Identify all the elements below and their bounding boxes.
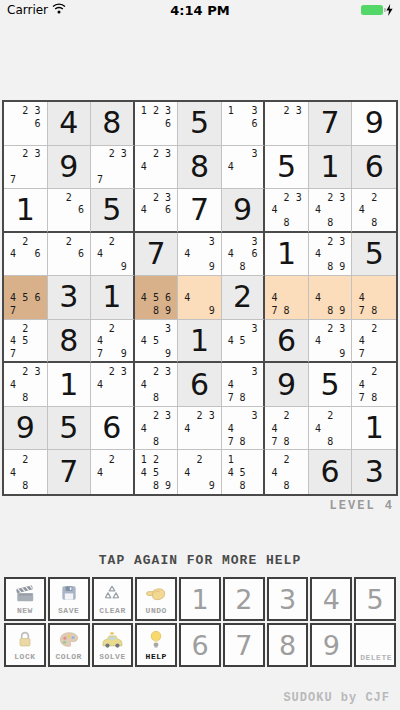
pencil-mark-slot — [237, 160, 249, 173]
cell-r6c3[interactable]: 2479 — [91, 320, 135, 364]
pencil-mark-slot — [162, 334, 174, 347]
pencil-mark-slot — [206, 466, 218, 479]
pencil-mark-slot — [380, 204, 393, 217]
button-label: SOLVE — [99, 652, 126, 661]
cell-r1c8[interactable]: 7 — [309, 102, 353, 146]
pencil-mark-slot — [181, 304, 193, 317]
pencil-mark-slot — [106, 391, 118, 404]
pencil-mark-slot: 8 — [281, 479, 293, 492]
pencil-mark-slot: 6 — [162, 117, 174, 130]
cell-r3c3[interactable]: 5 — [91, 189, 135, 233]
cell-r5c7[interactable]: 478 — [265, 276, 309, 320]
digit-3-button[interactable]: 3 — [267, 577, 309, 621]
pencil-mark-slot: 2 — [106, 365, 118, 378]
pencil-mark-slot — [268, 409, 280, 422]
cell-value: 1 — [59, 370, 78, 400]
pencil-mark-slot — [31, 304, 43, 317]
pencil-marks: 249 — [91, 233, 133, 276]
pencil-mark-slot: 2 — [106, 148, 118, 161]
pencil-mark-slot — [237, 347, 249, 360]
pencil-mark-slot — [7, 160, 19, 173]
cell-r5c2[interactable]: 3 — [48, 276, 92, 320]
pencil-mark-slot — [380, 278, 393, 291]
level-label: LEVEL 4 — [330, 499, 394, 513]
cell-r8c7[interactable]: 2478 — [265, 407, 309, 451]
pencil-mark-slot: 9 — [162, 304, 174, 317]
pencil-mark-slot: 7 — [7, 304, 19, 317]
pencil-mark-slot — [324, 334, 336, 347]
pencil-mark-slot: 2 — [19, 104, 31, 117]
cell-r6c8[interactable]: 2349 — [309, 320, 353, 364]
pencil-mark-slot: 7 — [355, 304, 368, 317]
pencil-mark-slot — [150, 216, 162, 229]
cell-r8c9[interactable]: 1 — [352, 407, 396, 451]
cell-r8c1[interactable]: 9 — [4, 407, 48, 451]
digit-2-button[interactable]: 2 — [223, 577, 265, 621]
cell-r5c6[interactable]: 2 — [222, 276, 266, 320]
pencil-mark-slot: 6 — [31, 248, 43, 261]
pencil-mark-slot: 7 — [355, 347, 368, 360]
pencil-mark-slot: 4 — [312, 204, 324, 217]
pencil-mark-slot: 3 — [206, 409, 218, 422]
pencil-mark-slot — [355, 191, 368, 204]
pencil-mark-slot — [138, 173, 150, 186]
pencil-mark-slot — [7, 322, 19, 335]
delete-button[interactable]: DELETE — [354, 623, 396, 667]
pencil-mark-slot — [181, 479, 193, 492]
lightbulb-icon — [146, 627, 166, 651]
pencil-mark-slot — [7, 130, 19, 143]
save-button[interactable]: SAVE — [48, 577, 90, 621]
pencil-mark-slot — [248, 452, 260, 465]
pencil-mark-slot — [7, 479, 19, 492]
pencil-mark-slot: 8 — [324, 216, 336, 229]
cell-r6c4[interactable]: 3459 — [135, 320, 179, 364]
cell-r7c5[interactable]: 6 — [178, 363, 222, 407]
pencil-mark-slot — [138, 278, 150, 291]
pencil-mark-slot: 1 — [138, 104, 150, 117]
pencil-mark-slot — [237, 322, 249, 335]
pencil-mark-slot — [281, 204, 293, 217]
status-bar: Carrier 4:14 PM — [0, 0, 400, 20]
pencil-mark-slot — [31, 322, 43, 335]
cell-r9c1[interactable]: 248 — [4, 450, 48, 494]
undo-button[interactable]: UNDO — [135, 577, 177, 621]
pencil-marks: 3478 — [222, 407, 264, 450]
pencil-mark-slot: 2 — [324, 191, 336, 204]
pencil-mark-slot — [162, 452, 174, 465]
pencil-mark-slot: 3 — [162, 365, 174, 378]
pencil-mark-slot — [206, 422, 218, 435]
solve-button[interactable]: SOLVE — [92, 623, 134, 667]
pencil-mark-slot — [31, 466, 43, 479]
pencil-mark-slot — [237, 365, 249, 378]
pencil-mark-slot: 9 — [118, 260, 130, 273]
cell-r7c3[interactable]: 234 — [91, 363, 135, 407]
pencil-mark-slot — [51, 260, 63, 273]
clapperboard-icon — [14, 581, 36, 605]
pencil-marks: 249 — [178, 450, 221, 494]
pencil-mark-slot: 9 — [206, 479, 218, 492]
pencil-mark-slot — [293, 422, 305, 435]
cell-r7c9[interactable]: 2478 — [352, 363, 396, 407]
pencil-mark-slot: 5 — [237, 334, 249, 347]
pencil-mark-slot: 4 — [7, 291, 19, 304]
pencil-marks: 478 — [265, 276, 308, 319]
cell-r9c4[interactable]: 124589 — [135, 450, 179, 494]
button-label: CLEAR — [99, 606, 126, 615]
pencil-mark-slot — [19, 130, 31, 143]
pencil-mark-slot — [162, 216, 174, 229]
help-button[interactable]: HELP — [135, 623, 177, 667]
pencil-mark-slot — [19, 160, 31, 173]
cell-r2c6[interactable]: 34 — [222, 146, 266, 190]
cell-value: 8 — [190, 152, 209, 182]
pencil-mark-slot — [150, 173, 162, 186]
cell-value: 9 — [16, 413, 35, 443]
cell-r7c7[interactable]: 9 — [265, 363, 309, 407]
pencil-mark-slot: 2 — [63, 191, 75, 204]
cell-r6c7[interactable]: 6 — [265, 320, 309, 364]
digit-7-button[interactable]: 7 — [223, 623, 265, 667]
pencil-mark-slot — [237, 130, 249, 143]
pencil-mark-slot: 9 — [206, 260, 218, 273]
cell-r4c5[interactable]: 349 — [178, 233, 222, 277]
pencil-mark-slot — [118, 160, 130, 173]
cell-r9c9[interactable]: 3 — [352, 450, 396, 494]
new-button[interactable]: NEW — [4, 577, 46, 621]
pencil-mark-slot — [31, 391, 43, 404]
cell-r3c9[interactable]: 248 — [352, 189, 396, 233]
clear-button[interactable]: CLEAR — [92, 577, 134, 621]
cell-r2c3[interactable]: 237 — [91, 146, 135, 190]
pencil-marks: 26 — [48, 233, 91, 276]
pencil-mark-slot — [380, 216, 393, 229]
pencil-mark-slot: 2 — [281, 191, 293, 204]
cell-r1c4[interactable]: 1236 — [135, 102, 179, 146]
cell-r6c6[interactable]: 345 — [222, 320, 266, 364]
pencil-mark-slot — [225, 479, 237, 492]
cell-r4c9[interactable]: 5 — [352, 233, 396, 277]
cell-r4c6[interactable]: 3468 — [222, 233, 266, 277]
cell-r2c9[interactable]: 6 — [352, 146, 396, 190]
cell-r4c8[interactable]: 23489 — [309, 233, 353, 277]
pencil-mark-slot: 4 — [181, 291, 193, 304]
cell-r6c5[interactable]: 1 — [178, 320, 222, 364]
pencil-marks: 3459 — [135, 320, 178, 362]
pencil-mark-slot: 8 — [324, 260, 336, 273]
cell-r2c4[interactable]: 234 — [135, 146, 179, 190]
pencil-mark-slot — [106, 347, 118, 360]
pencil-mark-slot: 3 — [248, 365, 260, 378]
pencil-mark-slot — [75, 260, 87, 273]
pencil-mark-slot — [368, 204, 381, 217]
cell-r5c3[interactable]: 1 — [91, 276, 135, 320]
pencil-mark-slot — [31, 347, 43, 360]
pencil-mark-slot: 2 — [150, 148, 162, 161]
pencil-mark-slot — [237, 173, 249, 186]
cell-r3c7[interactable]: 2348 — [265, 189, 309, 233]
pencil-mark-slot: 3 — [162, 148, 174, 161]
cell-r1c6[interactable]: 136 — [222, 102, 266, 146]
pencil-mark-slot — [193, 422, 205, 435]
pencil-mark-slot — [106, 378, 118, 391]
cell-r6c1[interactable]: 2457 — [4, 320, 48, 364]
pencil-mark-slot: 1 — [225, 452, 237, 465]
pencil-mark-slot — [150, 117, 162, 130]
pencil-mark-slot: 3 — [206, 235, 218, 248]
cell-r9c3[interactable]: 24 — [91, 450, 135, 494]
cell-r1c3[interactable]: 8 — [91, 102, 135, 146]
cell-r4c1[interactable]: 246 — [4, 233, 48, 277]
pencil-mark-slot: 7 — [225, 391, 237, 404]
pencil-mark-slot — [181, 452, 193, 465]
pencil-mark-slot: 4 — [181, 422, 193, 435]
pencil-mark-slot — [138, 391, 150, 404]
pencil-mark-slot: 2 — [193, 409, 205, 422]
cell-value: 8 — [59, 326, 78, 356]
cell-r8c2[interactable]: 5 — [48, 407, 92, 451]
car-icon — [100, 627, 124, 651]
pencil-mark-slot: 3 — [118, 148, 130, 161]
pencil-marks: 234 — [178, 407, 221, 450]
pencil-mark-slot — [324, 204, 336, 217]
pencil-mark-slot: 4 — [138, 204, 150, 217]
pencil-mark-slot: 8 — [281, 216, 293, 229]
cell-r9c5[interactable]: 249 — [178, 450, 222, 494]
pencil-mark-slot: 5 — [19, 334, 31, 347]
cell-r8c8[interactable]: 248 — [309, 407, 353, 451]
pencil-mark-slot: 8 — [237, 260, 249, 273]
pencil-mark-slot — [106, 160, 118, 173]
pencil-mark-slot: 8 — [150, 479, 162, 492]
pencil-mark-slot: 3 — [336, 191, 348, 204]
pencil-mark-slot — [162, 435, 174, 448]
cell-r5c8[interactable]: 489 — [309, 276, 353, 320]
cell-r3c6[interactable]: 9 — [222, 189, 266, 233]
pencil-mark-slot — [51, 216, 63, 229]
cell-value: 3 — [59, 282, 78, 312]
cell-r9c6[interactable]: 1458 — [222, 450, 266, 494]
cell-r8c5[interactable]: 234 — [178, 407, 222, 451]
cell-r6c9[interactable]: 247 — [352, 320, 396, 364]
pencil-mark-slot — [248, 466, 260, 479]
digit-8-button[interactable]: 8 — [267, 623, 309, 667]
pencil-marks: 4567 — [4, 276, 47, 319]
pencil-mark-slot — [380, 291, 393, 304]
cell-r7c4[interactable]: 2348 — [135, 363, 179, 407]
pencil-mark-slot — [248, 173, 260, 186]
pencil-mark-slot: 5 — [150, 291, 162, 304]
cell-r1c2[interactable]: 4 — [48, 102, 92, 146]
cell-r5c4[interactable]: 45689 — [135, 276, 179, 320]
pencil-mark-slot: 6 — [31, 117, 43, 130]
pencil-mark-slot — [118, 173, 130, 186]
pencil-mark-slot — [7, 235, 19, 248]
help-banner: TAP AGAIN FOR MORE HELP — [0, 553, 400, 568]
pencil-mark-slot — [268, 452, 280, 465]
cell-value: 8 — [102, 108, 121, 138]
pencil-mark-slot: 2 — [106, 322, 118, 335]
pencil-mark-slot: 4 — [355, 204, 368, 217]
pencil-mark-slot: 8 — [150, 391, 162, 404]
pencil-mark-slot: 3 — [336, 235, 348, 248]
pencil-mark-slot — [51, 248, 63, 261]
button-label: LOCK — [14, 652, 35, 661]
pencil-mark-slot — [355, 278, 368, 291]
pencil-mark-slot — [206, 278, 218, 291]
cell-r4c4[interactable]: 7 — [135, 233, 179, 277]
cell-value: 1 — [190, 326, 209, 356]
cell-r1c9[interactable]: 9 — [352, 102, 396, 146]
pencil-mark-slot: 5 — [237, 466, 249, 479]
pencil-mark-slot — [225, 347, 237, 360]
pencil-marks: 248 — [309, 407, 352, 450]
pencil-mark-slot — [293, 278, 305, 291]
pencil-mark-slot: 4 — [94, 248, 106, 261]
cell-r1c7[interactable]: 23 — [265, 102, 309, 146]
cell-r6c2[interactable]: 8 — [48, 320, 92, 364]
pencil-mark-slot: 8 — [281, 304, 293, 317]
pencil-mark-slot — [19, 173, 31, 186]
pencil-mark-slot: 3 — [31, 365, 43, 378]
pencil-mark-slot — [293, 204, 305, 217]
pencil-mark-slot — [312, 435, 324, 448]
lock-button[interactable]: LOCK — [4, 623, 46, 667]
pencil-mark-slot — [225, 130, 237, 143]
cell-r1c5[interactable]: 5 — [178, 102, 222, 146]
pencil-mark-slot — [193, 466, 205, 479]
pencil-mark-slot — [248, 347, 260, 360]
pencil-mark-slot — [94, 322, 106, 335]
pencil-mark-slot — [150, 130, 162, 143]
digit-label: 6 — [191, 632, 208, 659]
pencil-mark-slot: 4 — [225, 378, 237, 391]
pencil-mark-slot: 6 — [162, 291, 174, 304]
digit-6-button[interactable]: 6 — [179, 623, 221, 667]
pencil-mark-slot — [380, 191, 393, 204]
cell-r8c4[interactable]: 2348 — [135, 407, 179, 451]
digit-1-button[interactable]: 1 — [179, 577, 221, 621]
pencil-mark-slot — [181, 435, 193, 448]
color-button[interactable]: COLOR — [48, 623, 90, 667]
cell-r9c8[interactable]: 6 — [309, 450, 353, 494]
pencil-mark-slot: 5 — [150, 334, 162, 347]
pencil-marks: 3468 — [222, 233, 264, 276]
cell-r3c8[interactable]: 2348 — [309, 189, 353, 233]
cell-r2c7[interactable]: 5 — [265, 146, 309, 190]
cell-r9c2[interactable]: 7 — [48, 450, 92, 494]
digit-label: 7 — [235, 632, 252, 659]
pencil-mark-slot — [7, 148, 19, 161]
pencil-mark-slot: 3 — [162, 322, 174, 335]
pencil-mark-slot — [193, 479, 205, 492]
cell-r4c3[interactable]: 249 — [91, 233, 135, 277]
digit-9-button[interactable]: 9 — [310, 623, 352, 667]
cell-r3c5[interactable]: 7 — [178, 189, 222, 233]
pencil-mark-slot: 8 — [324, 304, 336, 317]
pencil-mark-slot: 2 — [281, 104, 293, 117]
pencil-mark-slot — [268, 191, 280, 204]
digit-4-button[interactable]: 4 — [310, 577, 352, 621]
pencil-mark-slot: 2 — [19, 365, 31, 378]
cell-value: 5 — [277, 152, 296, 182]
pencil-marks: 3478 — [222, 363, 264, 406]
pencil-mark-slot — [380, 365, 393, 378]
pencil-mark-slot — [225, 148, 237, 161]
pencil-mark-slot: 3 — [118, 365, 130, 378]
pencil-marks: 478 — [352, 276, 396, 319]
pencil-mark-slot: 9 — [206, 304, 218, 317]
pencil-mark-slot — [181, 235, 193, 248]
pencil-mark-slot — [248, 130, 260, 143]
pencil-mark-slot — [63, 260, 75, 273]
cell-r4c7[interactable]: 1 — [265, 233, 309, 277]
cell-r5c9[interactable]: 478 — [352, 276, 396, 320]
cell-r4c2[interactable]: 26 — [48, 233, 92, 277]
pencil-mark-slot — [237, 148, 249, 161]
pencil-mark-slot — [368, 334, 381, 347]
pencil-mark-slot: 8 — [281, 435, 293, 448]
cell-value: 7 — [59, 457, 78, 487]
pencil-mark-slot — [268, 216, 280, 229]
pencil-mark-slot: 2 — [368, 365, 381, 378]
cell-r8c3[interactable]: 6 — [91, 407, 135, 451]
pencil-mark-slot: 9 — [162, 479, 174, 492]
pencil-mark-slot — [312, 322, 324, 335]
cell-r7c1[interactable]: 2348 — [4, 363, 48, 407]
digit-5-button[interactable]: 5 — [354, 577, 396, 621]
cell-r8c6[interactable]: 3478 — [222, 407, 266, 451]
pencil-mark-slot: 2 — [324, 235, 336, 248]
pencil-mark-slot: 7 — [94, 173, 106, 186]
pencil-mark-slot — [162, 391, 174, 404]
cell-r9c7[interactable]: 248 — [265, 450, 309, 494]
cell-value: 6 — [321, 457, 340, 487]
pencil-mark-slot — [248, 391, 260, 404]
cell-r7c6[interactable]: 3478 — [222, 363, 266, 407]
cell-r2c5[interactable]: 8 — [178, 146, 222, 190]
pencil-mark-slot — [324, 291, 336, 304]
cell-r2c2[interactable]: 9 — [48, 146, 92, 190]
digit-label: 5 — [367, 586, 384, 613]
cell-r3c1[interactable]: 1 — [4, 189, 48, 233]
pencil-mark-slot — [7, 117, 19, 130]
cell-r3c4[interactable]: 2346 — [135, 189, 179, 233]
cell-r2c8[interactable]: 1 — [309, 146, 353, 190]
pencil-mark-slot: 6 — [162, 204, 174, 217]
pencil-mark-slot: 9 — [162, 347, 174, 360]
pencil-mark-slot — [106, 334, 118, 347]
floppy-icon — [59, 581, 79, 605]
cell-r3c2[interactable]: 26 — [48, 189, 92, 233]
cell-r1c1[interactable]: 236 — [4, 102, 48, 146]
cell-r5c5[interactable]: 49 — [178, 276, 222, 320]
cell-value: 2 — [233, 282, 252, 312]
recycle-icon — [102, 581, 122, 605]
pencil-mark-slot — [118, 391, 130, 404]
pencil-mark-slot — [150, 378, 162, 391]
cell-r5c1[interactable]: 4567 — [4, 276, 48, 320]
cell-r7c8[interactable]: 5 — [309, 363, 353, 407]
pencil-mark-slot: 3 — [31, 148, 43, 161]
cell-r7c2[interactable]: 1 — [48, 363, 92, 407]
pencil-mark-slot: 2 — [324, 322, 336, 335]
digit-label: 9 — [323, 632, 340, 659]
cell-r2c1[interactable]: 237 — [4, 146, 48, 190]
cell-value: 5 — [190, 108, 209, 138]
pencil-mark-slot — [31, 130, 43, 143]
